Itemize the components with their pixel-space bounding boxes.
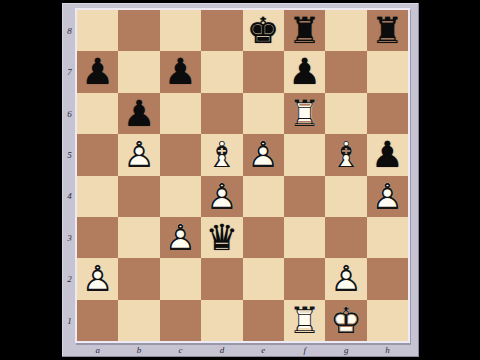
file-label-b: b [118, 343, 159, 357]
rank-label-4: 4 [62, 176, 77, 217]
square-a7[interactable]: ♟ [77, 51, 118, 92]
black-rook-piece: ♜ [367, 10, 408, 51]
square-e6[interactable] [243, 93, 284, 134]
square-a1[interactable] [77, 300, 118, 341]
square-f8[interactable]: ♜ [284, 10, 325, 51]
square-b4[interactable] [118, 176, 159, 217]
square-h1[interactable] [367, 300, 408, 341]
square-b5[interactable]: ♟♙ [118, 134, 159, 175]
white-pawn-piece: ♟♙ [77, 258, 118, 299]
video-frame: 87654321 ♚♜♜♟♟♟♟♜♖♟♙♝♗♟♙♝♗♟♟♙♟♙♟♙♛♟♙♟♙♜♖… [0, 0, 480, 360]
square-b3[interactable] [118, 217, 159, 258]
black-pawn-piece: ♟ [160, 51, 201, 92]
square-d3[interactable]: ♛ [201, 217, 242, 258]
square-f5[interactable] [284, 134, 325, 175]
square-a6[interactable] [77, 93, 118, 134]
rank-label-1: 1 [62, 300, 77, 341]
square-g4[interactable] [325, 176, 366, 217]
square-d8[interactable] [201, 10, 242, 51]
square-g6[interactable] [325, 93, 366, 134]
file-label-e: e [243, 343, 284, 357]
rank-label-8: 8 [62, 10, 77, 51]
square-d1[interactable] [201, 300, 242, 341]
file-label-g: g [325, 343, 366, 357]
white-rook-piece: ♜♖ [284, 300, 325, 341]
square-a3[interactable] [77, 217, 118, 258]
white-pawn-piece: ♟♙ [118, 134, 159, 175]
rank-label-3: 3 [62, 217, 77, 258]
square-f1[interactable]: ♜♖ [284, 300, 325, 341]
square-h8[interactable]: ♜ [367, 10, 408, 51]
square-e1[interactable] [243, 300, 284, 341]
square-h5[interactable]: ♟ [367, 134, 408, 175]
square-e3[interactable] [243, 217, 284, 258]
square-c2[interactable] [160, 258, 201, 299]
chess-board: ♚♜♜♟♟♟♟♜♖♟♙♝♗♟♙♝♗♟♟♙♟♙♟♙♛♟♙♟♙♜♖♚♔ [77, 10, 408, 341]
black-queen-piece: ♛ [201, 217, 242, 258]
square-d6[interactable] [201, 93, 242, 134]
square-g3[interactable] [325, 217, 366, 258]
square-e7[interactable] [243, 51, 284, 92]
square-e5[interactable]: ♟♙ [243, 134, 284, 175]
white-rook-piece: ♜♖ [284, 93, 325, 134]
black-pawn-piece: ♟ [118, 93, 159, 134]
square-c8[interactable] [160, 10, 201, 51]
square-f3[interactable] [284, 217, 325, 258]
square-g5[interactable]: ♝♗ [325, 134, 366, 175]
white-pawn-piece: ♟♙ [160, 217, 201, 258]
white-king-piece: ♚♔ [325, 300, 366, 341]
square-d7[interactable] [201, 51, 242, 92]
white-pawn-piece: ♟♙ [201, 176, 242, 217]
square-g7[interactable] [325, 51, 366, 92]
square-h7[interactable] [367, 51, 408, 92]
square-a5[interactable] [77, 134, 118, 175]
square-c5[interactable] [160, 134, 201, 175]
square-d2[interactable] [201, 258, 242, 299]
square-b6[interactable]: ♟ [118, 93, 159, 134]
file-label-c: c [160, 343, 201, 357]
square-e8[interactable]: ♚ [243, 10, 284, 51]
square-g1[interactable]: ♚♔ [325, 300, 366, 341]
black-rook-piece: ♜ [284, 10, 325, 51]
white-pawn-piece: ♟♙ [243, 134, 284, 175]
square-h4[interactable]: ♟♙ [367, 176, 408, 217]
rank-label-7: 7 [62, 51, 77, 92]
file-label-a: a [77, 343, 118, 357]
square-b7[interactable] [118, 51, 159, 92]
square-f2[interactable] [284, 258, 325, 299]
square-f7[interactable]: ♟ [284, 51, 325, 92]
file-label-h: h [367, 343, 408, 357]
rank-label-2: 2 [62, 258, 77, 299]
square-c6[interactable] [160, 93, 201, 134]
board-frame: 87654321 ♚♜♜♟♟♟♟♜♖♟♙♝♗♟♙♝♗♟♟♙♟♙♟♙♛♟♙♟♙♜♖… [62, 3, 419, 357]
square-b1[interactable] [118, 300, 159, 341]
square-f4[interactable] [284, 176, 325, 217]
square-h3[interactable] [367, 217, 408, 258]
white-pawn-piece: ♟♙ [367, 176, 408, 217]
square-b2[interactable] [118, 258, 159, 299]
black-pawn-piece: ♟ [367, 134, 408, 175]
black-king-piece: ♚ [243, 10, 284, 51]
square-a4[interactable] [77, 176, 118, 217]
square-a2[interactable]: ♟♙ [77, 258, 118, 299]
black-pawn-piece: ♟ [77, 51, 118, 92]
square-b8[interactable] [118, 10, 159, 51]
square-d4[interactable]: ♟♙ [201, 176, 242, 217]
square-d5[interactable]: ♝♗ [201, 134, 242, 175]
file-label-d: d [201, 343, 242, 357]
white-bishop-piece: ♝♗ [201, 134, 242, 175]
rank-label-5: 5 [62, 134, 77, 175]
white-bishop-piece: ♝♗ [325, 134, 366, 175]
rank-label-6: 6 [62, 93, 77, 134]
square-h2[interactable] [367, 258, 408, 299]
square-c7[interactable]: ♟ [160, 51, 201, 92]
rank-labels: 87654321 [62, 10, 77, 341]
black-pawn-piece: ♟ [284, 51, 325, 92]
square-g2[interactable]: ♟♙ [325, 258, 366, 299]
white-pawn-piece: ♟♙ [325, 258, 366, 299]
square-e2[interactable] [243, 258, 284, 299]
square-g8[interactable] [325, 10, 366, 51]
square-c4[interactable] [160, 176, 201, 217]
square-a8[interactable] [77, 10, 118, 51]
square-c1[interactable] [160, 300, 201, 341]
square-f6[interactable]: ♜♖ [284, 93, 325, 134]
square-h6[interactable] [367, 93, 408, 134]
file-labels: abcdefgh [77, 343, 408, 357]
square-c3[interactable]: ♟♙ [160, 217, 201, 258]
square-e4[interactable] [243, 176, 284, 217]
file-label-f: f [284, 343, 325, 357]
